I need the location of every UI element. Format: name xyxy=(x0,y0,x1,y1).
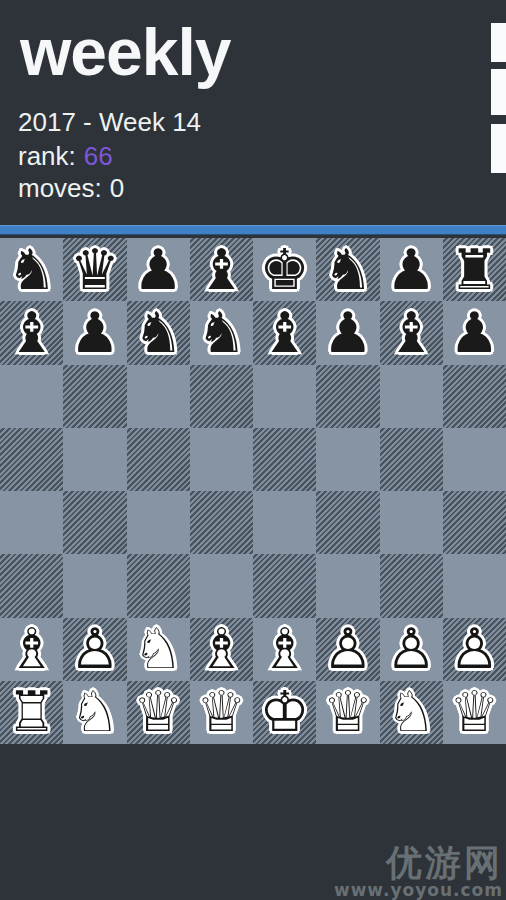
piece-glyph: ♞ xyxy=(323,242,373,298)
square-h5[interactable] xyxy=(443,428,506,491)
square-e7[interactable]: ♝♝ xyxy=(253,301,316,364)
square-b2[interactable]: ♟♙ xyxy=(63,618,126,681)
moves-line: moves:0 xyxy=(18,172,124,204)
square-c7[interactable]: ♞♞ xyxy=(127,301,190,364)
square-e4[interactable] xyxy=(253,491,316,554)
watermark-site-name: 优游网 xyxy=(334,845,503,881)
square-e5[interactable] xyxy=(253,428,316,491)
white-pawn-piece[interactable]: ♟♙ xyxy=(63,618,126,681)
page-title: weekly xyxy=(20,18,231,87)
white-queen-piece[interactable]: ♛♕ xyxy=(127,681,190,744)
square-h6[interactable] xyxy=(443,365,506,428)
square-b3[interactable] xyxy=(63,554,126,617)
piece-glyph: ♟ xyxy=(70,305,120,361)
week-subtitle: 2017 - Week 14 xyxy=(18,106,201,138)
square-e6[interactable] xyxy=(253,365,316,428)
square-f1[interactable]: ♛♕ xyxy=(316,681,379,744)
black-knight-piece[interactable]: ♞♞ xyxy=(0,238,63,301)
piece-glyph: ♝ xyxy=(386,305,436,361)
piece-glyph: ♕ xyxy=(196,684,246,740)
white-pawn-piece[interactable]: ♟♙ xyxy=(380,618,443,681)
piece-glyph: ♝ xyxy=(196,242,246,298)
square-a7[interactable]: ♝♝ xyxy=(0,301,63,364)
piece-glyph: ♙ xyxy=(386,621,436,677)
watermark-site-url: www.yoyou.com xyxy=(334,881,503,900)
white-pawn-piece[interactable]: ♟♙ xyxy=(443,618,506,681)
white-knight-piece[interactable]: ♞♘ xyxy=(63,681,126,744)
square-a2[interactable]: ♝♗ xyxy=(0,618,63,681)
piece-glyph: ♘ xyxy=(386,684,436,740)
square-h2[interactable]: ♟♙ xyxy=(443,618,506,681)
piece-glyph: ♟ xyxy=(386,242,436,298)
piece-glyph: ♕ xyxy=(449,684,499,740)
white-pawn-piece[interactable]: ♟♙ xyxy=(316,618,379,681)
square-g4[interactable] xyxy=(380,491,443,554)
black-bishop-piece[interactable]: ♝♝ xyxy=(380,301,443,364)
white-queen-piece[interactable]: ♛♕ xyxy=(443,681,506,744)
piece-glyph: ♙ xyxy=(70,621,120,677)
menu-bar-2 xyxy=(491,69,506,115)
square-d1[interactable]: ♛♕ xyxy=(190,681,253,744)
black-rook-piece[interactable]: ♜♜ xyxy=(443,238,506,301)
square-c5[interactable] xyxy=(127,428,190,491)
square-a6[interactable] xyxy=(0,365,63,428)
square-a4[interactable] xyxy=(0,491,63,554)
piece-glyph: ♟ xyxy=(133,242,183,298)
square-c1[interactable]: ♛♕ xyxy=(127,681,190,744)
piece-glyph: ♝ xyxy=(260,305,310,361)
square-d8[interactable]: ♝♝ xyxy=(190,238,253,301)
header-divider xyxy=(0,225,506,235)
square-d3[interactable] xyxy=(190,554,253,617)
rank-line: rank:66 xyxy=(18,140,113,172)
piece-glyph: ♞ xyxy=(196,305,246,361)
white-rook-piece[interactable]: ♜♖ xyxy=(0,681,63,744)
square-h3[interactable] xyxy=(443,554,506,617)
piece-glyph: ♚ xyxy=(260,242,310,298)
piece-glyph: ♜ xyxy=(449,242,499,298)
chess-board[interactable]: ♞♞♛♛♟♟♝♝♚♚♞♞♟♟♜♜♝♝♟♟♞♞♞♞♝♝♟♟♝♝♟♟♝♗♟♙♞♘♝♗… xyxy=(0,238,506,744)
black-bishop-piece[interactable]: ♝♝ xyxy=(253,301,316,364)
black-queen-piece[interactable]: ♛♛ xyxy=(63,238,126,301)
black-pawn-piece[interactable]: ♟♟ xyxy=(127,238,190,301)
square-g1[interactable]: ♞♘ xyxy=(380,681,443,744)
piece-glyph: ♙ xyxy=(449,621,499,677)
square-e1[interactable]: ♚♔ xyxy=(253,681,316,744)
piece-glyph: ♗ xyxy=(7,621,57,677)
square-g8[interactable]: ♟♟ xyxy=(380,238,443,301)
square-d6[interactable] xyxy=(190,365,253,428)
square-g5[interactable] xyxy=(380,428,443,491)
square-d4[interactable] xyxy=(190,491,253,554)
black-knight-piece[interactable]: ♞♞ xyxy=(316,238,379,301)
black-king-piece[interactable]: ♚♚ xyxy=(253,238,316,301)
black-bishop-piece[interactable]: ♝♝ xyxy=(190,238,253,301)
square-f7[interactable]: ♟♟ xyxy=(316,301,379,364)
square-h8[interactable]: ♜♜ xyxy=(443,238,506,301)
piece-glyph: ♖ xyxy=(7,684,57,740)
square-d5[interactable] xyxy=(190,428,253,491)
rank-label: rank: xyxy=(18,141,76,171)
square-e3[interactable] xyxy=(253,554,316,617)
square-h7[interactable]: ♟♟ xyxy=(443,301,506,364)
square-d2[interactable]: ♝♗ xyxy=(190,618,253,681)
piece-glyph: ♟ xyxy=(323,305,373,361)
square-f4[interactable] xyxy=(316,491,379,554)
square-b4[interactable] xyxy=(63,491,126,554)
black-pawn-piece[interactable]: ♟♟ xyxy=(63,301,126,364)
square-e8[interactable]: ♚♚ xyxy=(253,238,316,301)
square-f2[interactable]: ♟♙ xyxy=(316,618,379,681)
piece-glyph: ♔ xyxy=(260,684,310,740)
black-pawn-piece[interactable]: ♟♟ xyxy=(380,238,443,301)
piece-glyph: ♗ xyxy=(196,621,246,677)
square-b8[interactable]: ♛♛ xyxy=(63,238,126,301)
square-a1[interactable]: ♜♖ xyxy=(0,681,63,744)
menu-bars-icon[interactable] xyxy=(491,0,506,180)
square-g7[interactable]: ♝♝ xyxy=(380,301,443,364)
square-e2[interactable]: ♝♗ xyxy=(253,618,316,681)
square-a5[interactable] xyxy=(0,428,63,491)
black-knight-piece[interactable]: ♞♞ xyxy=(190,301,253,364)
square-b7[interactable]: ♟♟ xyxy=(63,301,126,364)
white-queen-piece[interactable]: ♛♕ xyxy=(190,681,253,744)
square-c4[interactable] xyxy=(127,491,190,554)
piece-glyph: ♙ xyxy=(323,621,373,677)
piece-glyph: ♗ xyxy=(260,621,310,677)
white-bishop-piece[interactable]: ♝♗ xyxy=(253,618,316,681)
square-b1[interactable]: ♞♘ xyxy=(63,681,126,744)
square-b6[interactable] xyxy=(63,365,126,428)
black-pawn-piece[interactable]: ♟♟ xyxy=(443,301,506,364)
square-h4[interactable] xyxy=(443,491,506,554)
black-pawn-piece[interactable]: ♟♟ xyxy=(316,301,379,364)
piece-glyph: ♕ xyxy=(323,684,373,740)
square-c3[interactable] xyxy=(127,554,190,617)
square-c2[interactable]: ♞♘ xyxy=(127,618,190,681)
black-knight-piece[interactable]: ♞♞ xyxy=(127,301,190,364)
white-knight-piece[interactable]: ♞♘ xyxy=(380,681,443,744)
piece-glyph: ♘ xyxy=(70,684,120,740)
moves-value: 0 xyxy=(110,173,124,203)
rank-value: 66 xyxy=(84,141,113,171)
square-f8[interactable]: ♞♞ xyxy=(316,238,379,301)
piece-glyph: ♘ xyxy=(133,621,183,677)
square-g3[interactable] xyxy=(380,554,443,617)
square-a3[interactable] xyxy=(0,554,63,617)
white-bishop-piece[interactable]: ♝♗ xyxy=(0,618,63,681)
square-c6[interactable] xyxy=(127,365,190,428)
square-f6[interactable] xyxy=(316,365,379,428)
menu-bar-3 xyxy=(491,124,506,173)
piece-glyph: ♛ xyxy=(70,242,120,298)
header: weekly 2017 - Week 14 rank:66 moves:0 xyxy=(0,0,506,225)
square-f3[interactable] xyxy=(316,554,379,617)
piece-glyph: ♞ xyxy=(7,242,57,298)
white-bishop-piece[interactable]: ♝♗ xyxy=(190,618,253,681)
square-b5[interactable] xyxy=(63,428,126,491)
square-d7[interactable]: ♞♞ xyxy=(190,301,253,364)
white-knight-piece[interactable]: ♞♘ xyxy=(127,618,190,681)
square-g6[interactable] xyxy=(380,365,443,428)
white-king-piece[interactable]: ♚♔ xyxy=(253,681,316,744)
piece-glyph: ♝ xyxy=(7,305,57,361)
white-queen-piece[interactable]: ♛♕ xyxy=(316,681,379,744)
piece-glyph: ♕ xyxy=(133,684,183,740)
square-g2[interactable]: ♟♙ xyxy=(380,618,443,681)
piece-glyph: ♟ xyxy=(449,305,499,361)
square-h1[interactable]: ♛♕ xyxy=(443,681,506,744)
square-f5[interactable] xyxy=(316,428,379,491)
menu-bar-1 xyxy=(491,23,506,62)
square-a8[interactable]: ♞♞ xyxy=(0,238,63,301)
piece-glyph: ♞ xyxy=(133,305,183,361)
black-bishop-piece[interactable]: ♝♝ xyxy=(0,301,63,364)
square-c8[interactable]: ♟♟ xyxy=(127,238,190,301)
moves-label: moves: xyxy=(18,173,102,203)
watermark: 优游网 www.yoyou.com xyxy=(334,845,503,900)
